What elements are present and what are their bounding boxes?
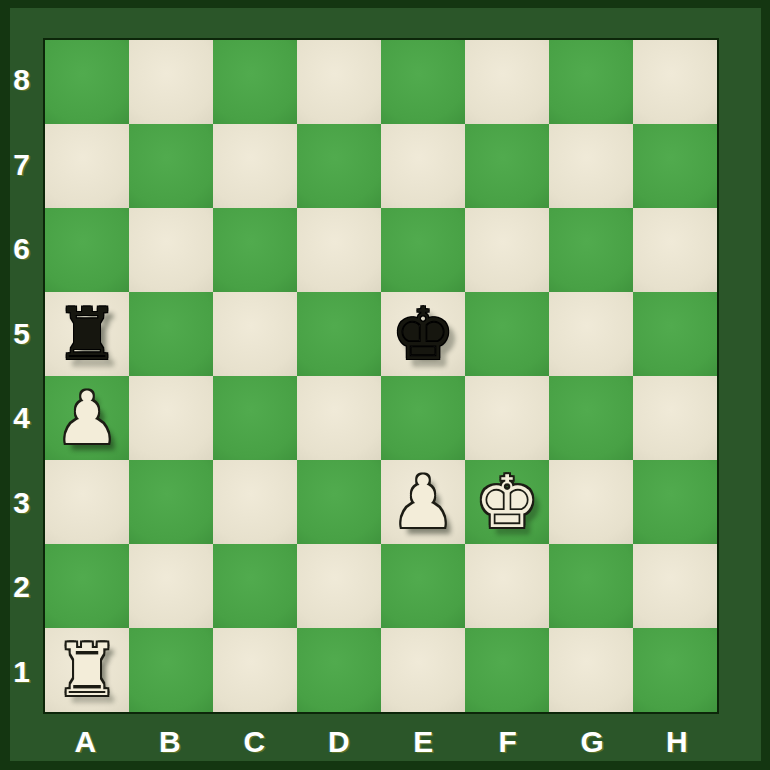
piece-white-pawn-e3[interactable]: ♟	[381, 460, 465, 544]
square-b8[interactable]	[129, 40, 213, 124]
square-b2[interactable]	[129, 544, 213, 628]
square-d3[interactable]	[297, 460, 381, 544]
file-label-d: D	[297, 714, 382, 770]
square-b5[interactable]	[129, 292, 213, 376]
piece-black-rook-a5[interactable]: ♜	[45, 292, 129, 376]
square-a5[interactable]: ♜	[45, 292, 129, 376]
square-h2[interactable]	[633, 544, 717, 628]
square-a6[interactable]	[45, 208, 129, 292]
file-labels: ABCDEFGH	[43, 714, 719, 770]
square-c3[interactable]	[213, 460, 297, 544]
square-h3[interactable]	[633, 460, 717, 544]
square-h7[interactable]	[633, 124, 717, 208]
rank-label-1: 1	[0, 630, 43, 715]
square-e1[interactable]	[381, 628, 465, 712]
file-label-h: H	[635, 714, 720, 770]
square-e2[interactable]	[381, 544, 465, 628]
square-f2[interactable]	[465, 544, 549, 628]
square-d6[interactable]	[297, 208, 381, 292]
square-g4[interactable]	[549, 376, 633, 460]
rank-label-4: 4	[0, 376, 43, 461]
square-g3[interactable]	[549, 460, 633, 544]
file-label-g: G	[550, 714, 635, 770]
square-c5[interactable]	[213, 292, 297, 376]
square-c7[interactable]	[213, 124, 297, 208]
square-a2[interactable]	[45, 544, 129, 628]
square-c8[interactable]	[213, 40, 297, 124]
file-label-e: E	[381, 714, 466, 770]
square-b7[interactable]	[129, 124, 213, 208]
square-d5[interactable]	[297, 292, 381, 376]
square-g5[interactable]	[549, 292, 633, 376]
file-label-b: B	[128, 714, 213, 770]
rank-label-3: 3	[0, 461, 43, 546]
square-g2[interactable]	[549, 544, 633, 628]
square-h1[interactable]	[633, 628, 717, 712]
square-e4[interactable]	[381, 376, 465, 460]
square-f1[interactable]	[465, 628, 549, 712]
square-a1[interactable]: ♜	[45, 628, 129, 712]
square-e8[interactable]	[381, 40, 465, 124]
square-h5[interactable]	[633, 292, 717, 376]
square-c4[interactable]	[213, 376, 297, 460]
square-g8[interactable]	[549, 40, 633, 124]
square-h4[interactable]	[633, 376, 717, 460]
square-d1[interactable]	[297, 628, 381, 712]
square-d2[interactable]	[297, 544, 381, 628]
chess-board-window: 87654321 ♜♚♟♟♚♜ ABCDEFGH	[0, 0, 770, 770]
square-d7[interactable]	[297, 124, 381, 208]
square-a3[interactable]	[45, 460, 129, 544]
square-f6[interactable]	[465, 208, 549, 292]
square-f4[interactable]	[465, 376, 549, 460]
square-c6[interactable]	[213, 208, 297, 292]
square-g1[interactable]	[549, 628, 633, 712]
rank-label-6: 6	[0, 207, 43, 292]
square-h6[interactable]	[633, 208, 717, 292]
square-f3[interactable]: ♚	[465, 460, 549, 544]
square-c1[interactable]	[213, 628, 297, 712]
square-b3[interactable]	[129, 460, 213, 544]
square-g6[interactable]	[549, 208, 633, 292]
square-a4[interactable]: ♟	[45, 376, 129, 460]
chess-board: ♜♚♟♟♚♜	[43, 38, 719, 714]
square-c2[interactable]	[213, 544, 297, 628]
square-e6[interactable]	[381, 208, 465, 292]
piece-white-pawn-a4[interactable]: ♟	[45, 376, 129, 460]
square-a8[interactable]	[45, 40, 129, 124]
rank-label-8: 8	[0, 38, 43, 123]
file-label-f: F	[466, 714, 551, 770]
rank-label-7: 7	[0, 123, 43, 208]
square-e7[interactable]	[381, 124, 465, 208]
square-b4[interactable]	[129, 376, 213, 460]
file-label-c: C	[212, 714, 297, 770]
square-a7[interactable]	[45, 124, 129, 208]
file-label-a: A	[43, 714, 128, 770]
piece-black-king-e5[interactable]: ♚	[381, 292, 465, 376]
square-g7[interactable]	[549, 124, 633, 208]
square-d4[interactable]	[297, 376, 381, 460]
square-b6[interactable]	[129, 208, 213, 292]
square-f5[interactable]	[465, 292, 549, 376]
square-e3[interactable]: ♟	[381, 460, 465, 544]
square-f7[interactable]	[465, 124, 549, 208]
square-d8[interactable]	[297, 40, 381, 124]
square-b1[interactable]	[129, 628, 213, 712]
piece-white-king-f3[interactable]: ♚	[465, 460, 549, 544]
square-h8[interactable]	[633, 40, 717, 124]
rank-label-5: 5	[0, 292, 43, 377]
rank-label-2: 2	[0, 545, 43, 630]
piece-white-rook-a1[interactable]: ♜	[45, 628, 129, 712]
rank-labels: 87654321	[0, 38, 43, 714]
square-f8[interactable]	[465, 40, 549, 124]
square-e5[interactable]: ♚	[381, 292, 465, 376]
